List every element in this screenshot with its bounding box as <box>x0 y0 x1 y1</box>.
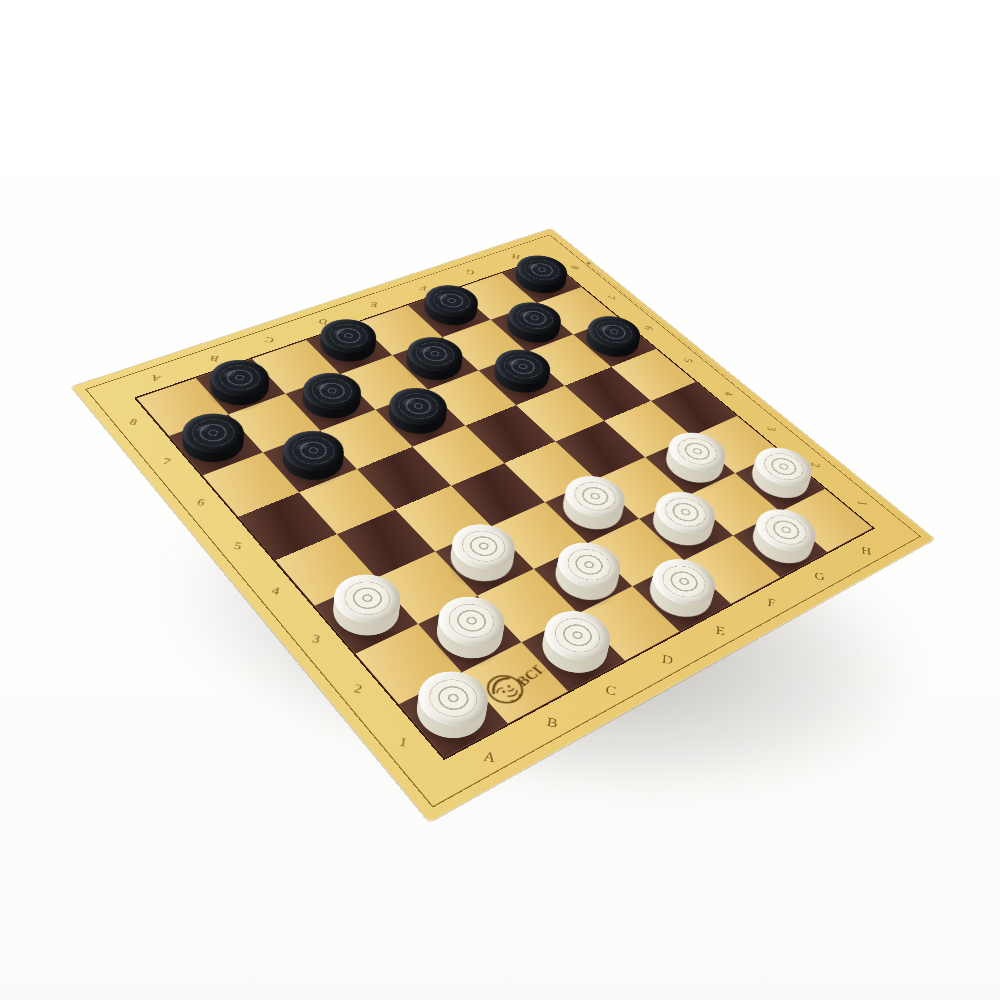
piece-black-g7[interactable] <box>497 307 570 350</box>
piece-black-c7[interactable] <box>292 377 371 427</box>
photo-stage: ВСП ABCDEFGH ABCDEFGH 87654321 87654321 … <box>0 0 1000 1000</box>
board-scene: ВСП ABCDEFGH ABCDEFGH 87654321 87654321 … <box>144 104 862 822</box>
board-field: ВСП <box>134 257 875 761</box>
board-orientation-wrapper: ВСП ABCDEFGH ABCDEFGH 87654321 87654321 … <box>144 104 862 822</box>
